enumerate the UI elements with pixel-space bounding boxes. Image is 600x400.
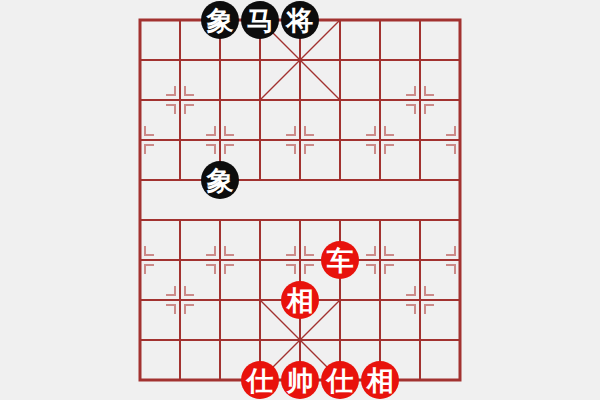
point-c2-r3[interactable] (200, 120, 240, 160)
point-c7-r6[interactable] (400, 240, 440, 280)
point-c7-r3[interactable] (400, 120, 440, 160)
point-c1-r8[interactable] (160, 320, 200, 360)
point-c2-r7[interactable] (200, 280, 240, 320)
point-c2-r8[interactable] (200, 320, 240, 360)
point-c0-r3[interactable] (120, 120, 160, 160)
point-c3-r0[interactable]: 马 (240, 0, 280, 40)
point-c5-r9[interactable]: 仕 (320, 360, 360, 400)
point-c1-r0[interactable] (160, 0, 200, 40)
point-c6-r4[interactable] (360, 160, 400, 200)
point-c7-r4[interactable] (400, 160, 440, 200)
piece-red-elephant-1[interactable]: 相 (281, 281, 319, 319)
point-c2-r4[interactable]: 象 (200, 160, 240, 200)
point-c2-r0[interactable]: 象 (200, 0, 240, 40)
piece-red-elephant-2[interactable]: 相 (361, 361, 399, 399)
point-c4-r3[interactable] (280, 120, 320, 160)
point-c8-r5[interactable] (440, 200, 480, 240)
point-c0-r5[interactable] (120, 200, 160, 240)
point-c3-r4[interactable] (240, 160, 280, 200)
piece-black-general[interactable]: 将 (281, 1, 319, 39)
point-c0-r0[interactable] (120, 0, 160, 40)
point-c2-r5[interactable] (200, 200, 240, 240)
point-c1-r2[interactable] (160, 80, 200, 120)
point-c3-r5[interactable] (240, 200, 280, 240)
point-c5-r7[interactable] (320, 280, 360, 320)
point-c6-r9[interactable]: 相 (360, 360, 400, 400)
piece-black-horse[interactable]: 马 (241, 1, 279, 39)
point-c8-r9[interactable] (440, 360, 480, 400)
point-c3-r2[interactable] (240, 80, 280, 120)
point-c4-r0[interactable]: 将 (280, 0, 320, 40)
point-c7-r8[interactable] (400, 320, 440, 360)
point-c7-r9[interactable] (400, 360, 440, 400)
point-c6-r0[interactable] (360, 0, 400, 40)
point-c0-r1[interactable] (120, 40, 160, 80)
point-c8-r6[interactable] (440, 240, 480, 280)
point-c1-r3[interactable] (160, 120, 200, 160)
point-c7-r0[interactable] (400, 0, 440, 40)
point-c8-r4[interactable] (440, 160, 480, 200)
point-c5-r2[interactable] (320, 80, 360, 120)
point-c4-r1[interactable] (280, 40, 320, 80)
point-c4-r6[interactable] (280, 240, 320, 280)
point-c6-r2[interactable] (360, 80, 400, 120)
point-c5-r0[interactable] (320, 0, 360, 40)
point-c5-r1[interactable] (320, 40, 360, 80)
xiangqi-app: 象马将象车相仕帅仕相 (0, 0, 600, 400)
point-c1-r4[interactable] (160, 160, 200, 200)
point-c4-r7[interactable]: 相 (280, 280, 320, 320)
point-c1-r6[interactable] (160, 240, 200, 280)
point-c7-r5[interactable] (400, 200, 440, 240)
point-c8-r3[interactable] (440, 120, 480, 160)
piece-red-advisor-2[interactable]: 仕 (321, 361, 359, 399)
point-c6-r8[interactable] (360, 320, 400, 360)
point-c2-r9[interactable] (200, 360, 240, 400)
point-c4-r4[interactable] (280, 160, 320, 200)
point-c4-r5[interactable] (280, 200, 320, 240)
point-c0-r9[interactable] (120, 360, 160, 400)
point-c8-r0[interactable] (440, 0, 480, 40)
point-c1-r9[interactable] (160, 360, 200, 400)
point-c0-r6[interactable] (120, 240, 160, 280)
point-c7-r7[interactable] (400, 280, 440, 320)
point-c4-r8[interactable] (280, 320, 320, 360)
point-c4-r9[interactable]: 帅 (280, 360, 320, 400)
point-c7-r2[interactable] (400, 80, 440, 120)
point-c3-r8[interactable] (240, 320, 280, 360)
point-c6-r5[interactable] (360, 200, 400, 240)
point-c2-r6[interactable] (200, 240, 240, 280)
point-c6-r7[interactable] (360, 280, 400, 320)
piece-red-general[interactable]: 帅 (281, 361, 319, 399)
point-c1-r1[interactable] (160, 40, 200, 80)
piece-black-elephant-2[interactable]: 象 (201, 161, 239, 199)
piece-red-chariot[interactable]: 车 (321, 241, 359, 279)
point-c4-r2[interactable] (280, 80, 320, 120)
point-c0-r7[interactable] (120, 280, 160, 320)
point-c5-r4[interactable] (320, 160, 360, 200)
point-c0-r2[interactable] (120, 80, 160, 120)
point-c3-r6[interactable] (240, 240, 280, 280)
point-c8-r8[interactable] (440, 320, 480, 360)
point-c5-r8[interactable] (320, 320, 360, 360)
point-c5-r5[interactable] (320, 200, 360, 240)
point-c0-r8[interactable] (120, 320, 160, 360)
point-c3-r1[interactable] (240, 40, 280, 80)
point-c0-r4[interactable] (120, 160, 160, 200)
point-c5-r6[interactable]: 车 (320, 240, 360, 280)
point-c8-r7[interactable] (440, 280, 480, 320)
board-grid: 象马将象车相仕帅仕相 (120, 0, 480, 400)
point-c2-r1[interactable] (200, 40, 240, 80)
point-c3-r3[interactable] (240, 120, 280, 160)
point-c5-r3[interactable] (320, 120, 360, 160)
piece-black-elephant-1[interactable]: 象 (201, 1, 239, 39)
piece-red-advisor-1[interactable]: 仕 (241, 361, 279, 399)
point-c2-r2[interactable] (200, 80, 240, 120)
point-c1-r5[interactable] (160, 200, 200, 240)
point-c3-r7[interactable] (240, 280, 280, 320)
point-c6-r6[interactable] (360, 240, 400, 280)
point-c1-r7[interactable] (160, 280, 200, 320)
point-c6-r1[interactable] (360, 40, 400, 80)
point-c7-r1[interactable] (400, 40, 440, 80)
point-c6-r3[interactable] (360, 120, 400, 160)
point-c8-r2[interactable] (440, 80, 480, 120)
point-c8-r1[interactable] (440, 40, 480, 80)
point-c3-r9[interactable]: 仕 (240, 360, 280, 400)
